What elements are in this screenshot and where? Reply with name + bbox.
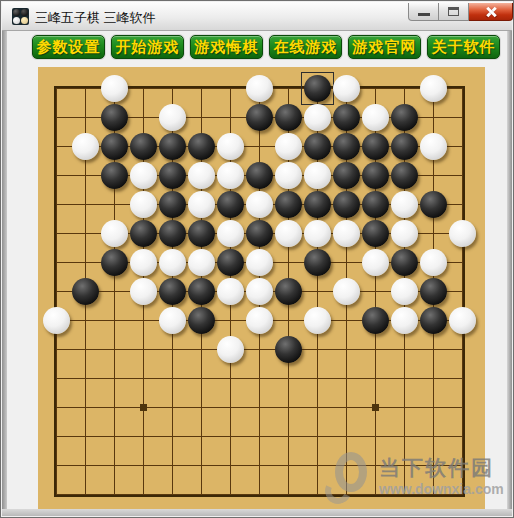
window-title: 三峰五子棋 三峰软件 — [35, 9, 156, 27]
board-cell[interactable] — [71, 132, 100, 161]
online-game-button[interactable]: 在线游戏 — [269, 35, 342, 59]
board-cell[interactable] — [303, 393, 332, 422]
board-cell[interactable] — [100, 219, 129, 248]
board-cell[interactable] — [158, 103, 187, 132]
black-stone — [391, 249, 418, 276]
board-cell[interactable] — [129, 103, 158, 132]
board-cell[interactable] — [42, 161, 71, 190]
white-stone — [188, 162, 215, 189]
white-stone — [72, 133, 99, 160]
board-cell[interactable] — [187, 132, 216, 161]
black-stone — [101, 104, 128, 131]
board-cell[interactable] — [100, 480, 129, 509]
board-cell[interactable] — [71, 161, 100, 190]
board-cell[interactable] — [274, 306, 303, 335]
board-cell[interactable] — [303, 219, 332, 248]
board-cell[interactable] — [245, 480, 274, 509]
window-frame-right — [507, 31, 512, 516]
board-cell[interactable] — [216, 393, 245, 422]
black-stone — [159, 133, 186, 160]
board-cell[interactable] — [448, 393, 477, 422]
white-stone — [43, 307, 70, 334]
board-cell[interactable] — [187, 393, 216, 422]
board-cell[interactable] — [303, 132, 332, 161]
board-cell[interactable] — [274, 190, 303, 219]
black-stone — [362, 307, 389, 334]
board-cell[interactable] — [71, 219, 100, 248]
black-stone — [304, 249, 331, 276]
board-grid — [42, 74, 477, 509]
black-stone — [420, 278, 447, 305]
board-cell[interactable] — [448, 306, 477, 335]
board-cell[interactable] — [274, 161, 303, 190]
undo-move-button[interactable]: 游戏悔棋 — [190, 35, 263, 59]
board-cell[interactable] — [216, 277, 245, 306]
board-cell[interactable] — [42, 480, 71, 509]
board-cell[interactable] — [71, 422, 100, 451]
board-cell[interactable] — [448, 422, 477, 451]
board-cell[interactable] — [100, 393, 129, 422]
board-cell[interactable] — [361, 393, 390, 422]
white-stone — [391, 278, 418, 305]
board-cell[interactable] — [42, 364, 71, 393]
white-stone — [130, 249, 157, 276]
board-cell[interactable] — [42, 219, 71, 248]
board-cell[interactable] — [361, 335, 390, 364]
board-cell[interactable] — [42, 422, 71, 451]
board-cell[interactable] — [448, 219, 477, 248]
board-cell[interactable] — [332, 364, 361, 393]
maximize-button[interactable] — [439, 3, 469, 21]
board-cell[interactable] — [390, 132, 419, 161]
white-stone — [304, 162, 331, 189]
board-cell[interactable] — [129, 451, 158, 480]
board-cell[interactable] — [303, 248, 332, 277]
board-cell[interactable] — [419, 393, 448, 422]
board-cell[interactable] — [303, 451, 332, 480]
close-icon — [484, 5, 498, 19]
black-stone — [246, 162, 273, 189]
board-cell[interactable] — [419, 161, 448, 190]
board-cell[interactable] — [42, 277, 71, 306]
board-cell[interactable] — [71, 103, 100, 132]
black-stone — [391, 104, 418, 131]
board-cell[interactable] — [42, 190, 71, 219]
black-stone — [333, 162, 360, 189]
board-cell[interactable] — [216, 74, 245, 103]
white-stone — [333, 278, 360, 305]
white-stone — [362, 249, 389, 276]
board-cell[interactable] — [390, 74, 419, 103]
white-stone — [275, 220, 302, 247]
board-cell[interactable] — [158, 248, 187, 277]
board-cell[interactable] — [71, 306, 100, 335]
board-cell[interactable] — [216, 132, 245, 161]
board-cell[interactable] — [303, 74, 332, 103]
board-cell[interactable] — [245, 364, 274, 393]
board-cell[interactable] — [129, 364, 158, 393]
board-cell[interactable] — [361, 248, 390, 277]
board-cell[interactable] — [274, 451, 303, 480]
board-cell[interactable] — [245, 103, 274, 132]
board-cell[interactable] — [158, 335, 187, 364]
board-cell[interactable] — [390, 161, 419, 190]
board-cell[interactable] — [419, 306, 448, 335]
board-cell[interactable] — [100, 132, 129, 161]
board-cell[interactable] — [390, 306, 419, 335]
board-cell[interactable] — [390, 190, 419, 219]
white-stone — [333, 75, 360, 102]
board-cell[interactable] — [42, 451, 71, 480]
board-cell[interactable] — [419, 74, 448, 103]
board-cell[interactable] — [274, 422, 303, 451]
board-cell[interactable] — [42, 393, 71, 422]
board-cell[interactable] — [303, 161, 332, 190]
board-cell[interactable] — [390, 277, 419, 306]
board-cell[interactable] — [448, 190, 477, 219]
board-cell[interactable] — [100, 248, 129, 277]
board-cell[interactable] — [332, 277, 361, 306]
board-cell[interactable] — [361, 364, 390, 393]
board-cell[interactable] — [274, 277, 303, 306]
board-cell[interactable] — [390, 103, 419, 132]
board-cell[interactable] — [100, 422, 129, 451]
board-cell[interactable] — [71, 451, 100, 480]
board-cell[interactable] — [100, 161, 129, 190]
board-cell[interactable] — [448, 248, 477, 277]
board-cell[interactable] — [361, 132, 390, 161]
board-cell[interactable] — [187, 277, 216, 306]
board-cell[interactable] — [245, 451, 274, 480]
board-cell[interactable] — [361, 161, 390, 190]
board-cell[interactable] — [361, 306, 390, 335]
board-panel — [38, 67, 485, 512]
board-cell[interactable] — [448, 451, 477, 480]
board-cell[interactable] — [390, 219, 419, 248]
board-cell[interactable] — [42, 306, 71, 335]
board-cell[interactable] — [419, 451, 448, 480]
board-cell[interactable] — [274, 335, 303, 364]
board-cell[interactable] — [71, 277, 100, 306]
white-stone — [420, 249, 447, 276]
board-cell[interactable] — [332, 422, 361, 451]
board-cell[interactable] — [187, 161, 216, 190]
board-cell[interactable] — [71, 364, 100, 393]
board-cell[interactable] — [419, 219, 448, 248]
black-stone — [275, 104, 302, 131]
white-stone — [420, 133, 447, 160]
board-cell[interactable] — [245, 306, 274, 335]
board-cell[interactable] — [100, 306, 129, 335]
board-cell[interactable] — [245, 74, 274, 103]
board-cell[interactable] — [216, 161, 245, 190]
board-cell[interactable] — [274, 74, 303, 103]
board-cell[interactable] — [187, 190, 216, 219]
board-cell[interactable] — [216, 480, 245, 509]
board-cell[interactable] — [332, 219, 361, 248]
board-cell[interactable] — [129, 277, 158, 306]
black-stone — [130, 220, 157, 247]
white-stone — [362, 104, 389, 131]
black-stone — [101, 249, 128, 276]
board-cell[interactable] — [71, 74, 100, 103]
board-cell[interactable] — [332, 480, 361, 509]
board-cell[interactable] — [71, 190, 100, 219]
board-cell[interactable] — [71, 393, 100, 422]
board-cell[interactable] — [332, 306, 361, 335]
board-cell[interactable] — [216, 335, 245, 364]
board-cell[interactable] — [129, 74, 158, 103]
minimize-button[interactable] — [408, 3, 439, 21]
board-cell[interactable] — [274, 480, 303, 509]
board-cell[interactable] — [158, 219, 187, 248]
board-cell[interactable] — [448, 74, 477, 103]
board-cell[interactable] — [42, 74, 71, 103]
maximize-icon — [448, 7, 459, 16]
board-cell[interactable] — [274, 103, 303, 132]
board-cell[interactable] — [187, 248, 216, 277]
board-cell[interactable] — [216, 190, 245, 219]
white-stone — [101, 75, 128, 102]
board-cell[interactable] — [419, 248, 448, 277]
board-cell[interactable] — [187, 74, 216, 103]
board-cell[interactable] — [216, 364, 245, 393]
board-cell[interactable] — [419, 132, 448, 161]
board-cell[interactable] — [332, 132, 361, 161]
board-cell[interactable] — [361, 480, 390, 509]
board-cell[interactable] — [187, 335, 216, 364]
board-cell[interactable] — [448, 161, 477, 190]
board-cell[interactable] — [332, 451, 361, 480]
board-cell[interactable] — [187, 219, 216, 248]
black-stone — [246, 220, 273, 247]
board-cell[interactable] — [216, 248, 245, 277]
black-stone — [217, 249, 244, 276]
board-cell[interactable] — [361, 190, 390, 219]
title-bar: 三峰五子棋 三峰软件 — [2, 2, 512, 31]
board-cell[interactable] — [448, 103, 477, 132]
board-cell[interactable] — [361, 277, 390, 306]
white-stone — [159, 104, 186, 131]
board-cell[interactable] — [390, 451, 419, 480]
board-cell[interactable] — [274, 248, 303, 277]
board-cell[interactable] — [158, 364, 187, 393]
board-cell[interactable] — [71, 335, 100, 364]
board-cell[interactable] — [158, 74, 187, 103]
white-stone — [304, 307, 331, 334]
board-cell[interactable] — [216, 306, 245, 335]
board-cell[interactable] — [448, 335, 477, 364]
black-stone — [246, 104, 273, 131]
board-cell[interactable] — [216, 422, 245, 451]
black-stone — [217, 191, 244, 218]
board-cell[interactable] — [187, 306, 216, 335]
board-cell[interactable] — [129, 422, 158, 451]
board-cell[interactable] — [274, 219, 303, 248]
board-cell[interactable] — [390, 364, 419, 393]
board-cell[interactable] — [42, 103, 71, 132]
board-cell[interactable] — [390, 248, 419, 277]
board-cell[interactable] — [245, 422, 274, 451]
white-stone — [449, 307, 476, 334]
board-cell[interactable] — [245, 161, 274, 190]
board-cell[interactable] — [129, 393, 158, 422]
board-cell[interactable] — [419, 103, 448, 132]
board-cell[interactable] — [245, 393, 274, 422]
start-game-button[interactable]: 开始游戏 — [111, 35, 184, 59]
board-cell[interactable] — [100, 74, 129, 103]
board-cell[interactable] — [42, 335, 71, 364]
white-stone — [333, 220, 360, 247]
close-button[interactable] — [469, 3, 513, 21]
board-cell[interactable] — [274, 132, 303, 161]
board-cell[interactable] — [245, 132, 274, 161]
black-stone — [188, 307, 215, 334]
board-cell[interactable] — [158, 393, 187, 422]
board-cell[interactable] — [274, 364, 303, 393]
board-cell[interactable] — [448, 277, 477, 306]
board-cell[interactable] — [332, 74, 361, 103]
black-stone — [362, 220, 389, 247]
board-cell[interactable] — [361, 103, 390, 132]
board-cell[interactable] — [100, 335, 129, 364]
minimize-icon — [418, 13, 430, 16]
board-cell[interactable] — [303, 422, 332, 451]
board-cell[interactable] — [245, 277, 274, 306]
board-cell[interactable] — [129, 190, 158, 219]
board-cell[interactable] — [361, 451, 390, 480]
board-cell[interactable] — [448, 364, 477, 393]
black-stone — [101, 162, 128, 189]
board-cell[interactable] — [129, 219, 158, 248]
board-cell[interactable] — [419, 480, 448, 509]
official-site-button[interactable]: 游戏官网 — [348, 35, 421, 59]
black-stone — [275, 191, 302, 218]
board-cell[interactable] — [158, 306, 187, 335]
board-cell[interactable] — [419, 277, 448, 306]
board-cell[interactable] — [390, 335, 419, 364]
black-stone — [362, 191, 389, 218]
board-cell[interactable] — [158, 277, 187, 306]
board-cell[interactable] — [419, 422, 448, 451]
board-cell[interactable] — [42, 248, 71, 277]
board-cell[interactable] — [361, 422, 390, 451]
board-cell[interactable] — [158, 132, 187, 161]
board-cell[interactable] — [245, 190, 274, 219]
black-stone — [188, 133, 215, 160]
board-cell[interactable] — [332, 248, 361, 277]
board-cell[interactable] — [303, 364, 332, 393]
board-cell[interactable] — [71, 248, 100, 277]
board-cell[interactable] — [448, 132, 477, 161]
board-cell[interactable] — [303, 103, 332, 132]
board-cell[interactable] — [303, 335, 332, 364]
black-stone — [362, 162, 389, 189]
board-cell[interactable] — [42, 132, 71, 161]
board-cell[interactable] — [158, 422, 187, 451]
board-cell[interactable] — [129, 132, 158, 161]
white-stone — [217, 220, 244, 247]
board-cell[interactable] — [419, 335, 448, 364]
board-cell[interactable] — [216, 219, 245, 248]
board-cell[interactable] — [158, 190, 187, 219]
window-frame-bottom — [2, 509, 512, 516]
about-button[interactable]: 关于软件 — [427, 35, 500, 59]
board-cell[interactable] — [158, 451, 187, 480]
board-cell[interactable] — [332, 161, 361, 190]
white-stone — [275, 162, 302, 189]
board-cell[interactable] — [303, 480, 332, 509]
black-stone — [362, 133, 389, 160]
board-cell[interactable] — [245, 219, 274, 248]
white-stone — [275, 133, 302, 160]
board-cell[interactable] — [332, 335, 361, 364]
white-stone — [246, 278, 273, 305]
board-cell[interactable] — [390, 480, 419, 509]
board-cell[interactable] — [274, 393, 303, 422]
board-cell[interactable] — [187, 103, 216, 132]
board-cell[interactable] — [332, 190, 361, 219]
board-cell[interactable] — [303, 190, 332, 219]
board-cell[interactable] — [100, 103, 129, 132]
board-cell[interactable] — [187, 451, 216, 480]
board-cell[interactable] — [100, 364, 129, 393]
black-stone — [72, 278, 99, 305]
white-stone — [304, 220, 331, 247]
board-cell[interactable] — [216, 451, 245, 480]
board-cell[interactable] — [100, 190, 129, 219]
app-window: 三峰五子棋 三峰软件 参数设置 开始游戏 游戏悔棋 在线游戏 游戏官网 关于软件… — [0, 0, 514, 518]
board-cell[interactable] — [158, 480, 187, 509]
board-cell[interactable] — [187, 422, 216, 451]
board-cell[interactable] — [129, 161, 158, 190]
board-cell[interactable] — [390, 393, 419, 422]
board-cell[interactable] — [245, 335, 274, 364]
board-cell[interactable] — [158, 161, 187, 190]
window-frame-left — [2, 31, 7, 516]
board-cell[interactable] — [390, 422, 419, 451]
board-cell[interactable] — [216, 103, 245, 132]
board-cell[interactable] — [100, 277, 129, 306]
white-stone — [217, 336, 244, 363]
board-cell[interactable] — [303, 306, 332, 335]
board-cell[interactable] — [129, 306, 158, 335]
black-stone — [130, 133, 157, 160]
board-cell[interactable] — [129, 480, 158, 509]
board-cell[interactable] — [303, 277, 332, 306]
white-stone — [159, 249, 186, 276]
white-stone — [188, 249, 215, 276]
board-cell[interactable] — [332, 103, 361, 132]
board-cell[interactable] — [100, 451, 129, 480]
board-cell[interactable] — [129, 335, 158, 364]
board-cell[interactable] — [361, 219, 390, 248]
board-cell[interactable] — [332, 393, 361, 422]
board-cell[interactable] — [129, 248, 158, 277]
settings-button[interactable]: 参数设置 — [32, 35, 105, 59]
board-cell[interactable] — [245, 248, 274, 277]
board-cell[interactable] — [419, 364, 448, 393]
black-stone — [391, 133, 418, 160]
board-cell[interactable] — [448, 480, 477, 509]
board-cell[interactable] — [187, 480, 216, 509]
board-cell[interactable] — [71, 480, 100, 509]
board-cell[interactable] — [187, 364, 216, 393]
board-cell[interactable] — [361, 74, 390, 103]
black-stone — [333, 191, 360, 218]
white-stone — [130, 278, 157, 305]
board-cell[interactable] — [419, 190, 448, 219]
